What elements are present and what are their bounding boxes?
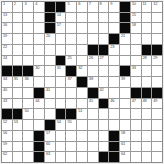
cell-4-10[interactable]: 23: [109, 45, 119, 55]
cell-9-5[interactable]: [56, 99, 66, 109]
cell-13-8[interactable]: [88, 142, 98, 152]
cell-2-8[interactable]: [88, 23, 98, 33]
cell-6-14[interactable]: [152, 66, 162, 76]
cell-0-13[interactable]: 11: [142, 2, 152, 12]
cell-6-13[interactable]: [142, 66, 152, 76]
cell-6-1: [13, 66, 23, 76]
cell-7-1[interactable]: 35: [13, 77, 23, 87]
cell-0-7[interactable]: 6: [77, 2, 87, 12]
cell-8-5[interactable]: [56, 88, 66, 98]
cell-12-12[interactable]: [131, 131, 141, 141]
cell-12-6[interactable]: [66, 131, 76, 141]
clue-number: 59: [3, 142, 7, 146]
cell-1-1[interactable]: [13, 13, 23, 23]
cell-5-9[interactable]: 27: [99, 56, 109, 66]
cell-9-2[interactable]: [23, 99, 33, 109]
cell-6-3[interactable]: 30: [34, 66, 44, 76]
cell-7-11[interactable]: 39: [120, 77, 130, 87]
cell-3-5[interactable]: [56, 34, 66, 44]
cell-1-7[interactable]: [77, 13, 87, 23]
cell-9-13[interactable]: 48: [142, 99, 152, 109]
cell-12-4[interactable]: 57: [45, 131, 55, 141]
cell-2-5[interactable]: 17: [56, 23, 66, 33]
cell-11-1[interactable]: 53: [13, 120, 23, 130]
cell-10-2[interactable]: 50: [23, 109, 33, 119]
cell-10-9[interactable]: [99, 109, 109, 119]
cell-14-10: [109, 152, 119, 162]
cell-11-12[interactable]: [131, 120, 141, 130]
clue-number: 7: [89, 2, 91, 6]
cell-14-8[interactable]: [88, 152, 98, 162]
clue-number: 40: [3, 88, 7, 92]
cell-2-14[interactable]: [152, 23, 162, 33]
clue-number: 32: [78, 66, 82, 70]
clue-number: 38: [89, 77, 93, 81]
cell-0-8[interactable]: 7: [88, 2, 98, 12]
cell-3-9[interactable]: [99, 34, 109, 44]
cell-3-3[interactable]: [34, 34, 44, 44]
cell-2-2[interactable]: [23, 23, 33, 33]
cell-5-12[interactable]: [131, 56, 141, 66]
cell-4-0[interactable]: 22: [2, 45, 12, 55]
clue-number: 4: [35, 2, 37, 6]
cell-13-9[interactable]: [99, 142, 109, 152]
cell-9-14[interactable]: 49: [152, 99, 162, 109]
cell-11-8[interactable]: [88, 120, 98, 130]
cell-12-8[interactable]: [88, 131, 98, 141]
cell-12-13[interactable]: [142, 131, 152, 141]
cell-3-1[interactable]: [13, 34, 23, 44]
cell-1-5[interactable]: 14: [56, 13, 66, 23]
cell-1-3[interactable]: [34, 13, 44, 23]
cell-11-13[interactable]: [142, 120, 152, 130]
cell-9-1[interactable]: [13, 99, 23, 109]
cell-7-10[interactable]: [109, 77, 119, 87]
cell-7-3[interactable]: [34, 77, 44, 87]
cell-0-9[interactable]: 8: [99, 2, 109, 12]
cell-14-2[interactable]: [23, 152, 33, 162]
cell-3-13[interactable]: [142, 34, 152, 44]
clue-number: 5: [67, 2, 69, 6]
cell-8-9[interactable]: 42: [99, 88, 109, 98]
cell-11-0[interactable]: 52: [2, 120, 12, 130]
cell-1-0[interactable]: 13: [2, 13, 12, 23]
cell-4-2[interactable]: [23, 45, 33, 55]
cell-8-1[interactable]: [13, 88, 23, 98]
cell-2-12[interactable]: 18: [131, 23, 141, 33]
cell-11-3[interactable]: [34, 120, 44, 130]
clue-number: 34: [3, 77, 7, 81]
cell-4-4[interactable]: [45, 45, 55, 55]
clue-number: 30: [35, 66, 39, 70]
cell-14-13[interactable]: [142, 152, 152, 162]
cell-4-13: [142, 45, 152, 55]
cell-10-10[interactable]: [109, 109, 119, 119]
cell-4-8: [88, 45, 98, 55]
clue-number: 54: [57, 120, 61, 124]
clue-number: 61: [121, 142, 125, 146]
cell-12-7[interactable]: [77, 131, 87, 141]
cell-8-2[interactable]: [23, 88, 33, 98]
cell-9-3[interactable]: 44: [34, 99, 44, 109]
clue-number: 19: [3, 34, 7, 38]
cell-3-7[interactable]: [77, 34, 87, 44]
clue-number: 24: [3, 56, 7, 60]
clue-number: 9: [110, 2, 112, 6]
cell-6-2: [23, 66, 33, 76]
cell-8-11[interactable]: [120, 88, 130, 98]
cell-1-9[interactable]: [99, 13, 109, 23]
clue-number: 3: [24, 2, 26, 6]
clue-number: 20: [46, 34, 50, 38]
clue-number: 26: [89, 56, 93, 60]
cell-8-12: [131, 88, 141, 98]
clue-number: 28: [143, 56, 147, 60]
cell-12-14[interactable]: [152, 131, 162, 141]
cell-11-5[interactable]: 54: [56, 120, 66, 130]
cell-9-6[interactable]: [66, 99, 76, 109]
clue-number: 47: [132, 99, 136, 103]
cell-1-10[interactable]: [109, 13, 119, 23]
cell-13-4[interactable]: 60: [45, 142, 55, 152]
clue-number: 51: [78, 109, 82, 113]
cell-6-8[interactable]: [88, 66, 98, 76]
cell-6-6: [66, 66, 76, 76]
clue-number: 58: [121, 131, 125, 135]
clue-number: 36: [24, 77, 28, 81]
clue-number: 33: [132, 66, 136, 70]
cell-6-9[interactable]: [99, 66, 109, 76]
cell-14-14[interactable]: [152, 152, 162, 162]
cell-14-7[interactable]: [77, 152, 87, 162]
cell-7-5[interactable]: [56, 77, 66, 87]
cell-3-10: [109, 34, 119, 44]
clue-number: 23: [110, 45, 114, 49]
cell-1-11: [120, 13, 130, 23]
cell-1-4: [45, 13, 55, 23]
cell-8-3: [34, 88, 44, 98]
cell-7-0[interactable]: 34: [2, 77, 12, 87]
cell-12-5[interactable]: [56, 131, 66, 141]
cell-3-0[interactable]: 19: [2, 34, 12, 44]
cell-8-4[interactable]: 41: [45, 88, 55, 98]
cell-4-9: [99, 45, 109, 55]
cell-13-12[interactable]: [131, 142, 141, 152]
cell-7-4[interactable]: [45, 77, 55, 87]
cell-13-14[interactable]: [152, 142, 162, 152]
cell-3-2[interactable]: [23, 34, 33, 44]
cell-2-3[interactable]: [34, 23, 44, 33]
cell-9-4[interactable]: [45, 99, 55, 109]
cell-0-5: [56, 2, 66, 12]
clue-number: 64: [121, 152, 125, 156]
cell-7-2[interactable]: 36: [23, 77, 33, 87]
cell-2-6[interactable]: [66, 23, 76, 33]
cell-1-6[interactable]: [66, 13, 76, 23]
clue-number: 60: [46, 142, 50, 146]
cell-9-8[interactable]: 45: [88, 99, 98, 109]
cell-10-4[interactable]: [45, 109, 55, 119]
cell-11-10[interactable]: [109, 120, 119, 130]
cell-6-12[interactable]: 33: [131, 66, 141, 76]
cell-4-6[interactable]: [66, 45, 76, 55]
cell-1-8[interactable]: [88, 13, 98, 23]
cell-2-13[interactable]: [142, 23, 152, 33]
cell-4-3[interactable]: [34, 45, 44, 55]
cell-0-2[interactable]: 3: [23, 2, 33, 12]
cell-3-8[interactable]: [88, 34, 98, 44]
cell-0-4: [45, 2, 55, 12]
cell-0-6[interactable]: 5: [66, 2, 76, 12]
cell-5-11[interactable]: [120, 56, 130, 66]
clue-number: 45: [89, 99, 93, 103]
clue-number: 63: [46, 152, 50, 156]
cell-10-12[interactable]: [131, 109, 141, 119]
cell-2-9[interactable]: [99, 23, 109, 33]
cell-4-14: [152, 45, 162, 55]
cell-13-7[interactable]: [77, 142, 87, 152]
crossword-grid: 1234567891011121314151617181920212223242…: [1, 1, 163, 163]
cell-14-0[interactable]: 62: [2, 152, 12, 162]
clue-number: 53: [14, 120, 18, 124]
cell-7-14[interactable]: [152, 77, 162, 87]
clue-number: 50: [24, 109, 28, 113]
cell-6-10[interactable]: [109, 66, 119, 76]
cell-3-14[interactable]: [152, 34, 162, 44]
clue-number: 46: [110, 99, 114, 103]
cell-14-4[interactable]: 63: [45, 152, 55, 162]
cell-8-7[interactable]: [77, 88, 87, 98]
cell-14-1[interactable]: [13, 152, 23, 162]
cell-10-11[interactable]: [120, 109, 130, 119]
cell-14-12[interactable]: [131, 152, 141, 162]
cell-4-11[interactable]: [120, 45, 130, 55]
cell-0-1[interactable]: 2: [13, 2, 23, 12]
cell-0-11: [120, 2, 130, 12]
clue-number: 21: [121, 34, 125, 38]
cell-6-0: [2, 66, 12, 76]
cell-13-5[interactable]: [56, 142, 66, 152]
cell-8-6[interactable]: [66, 88, 76, 98]
clue-number: 57: [46, 131, 50, 135]
cell-10-1: [13, 109, 23, 119]
cell-11-6[interactable]: 55: [66, 120, 76, 130]
cell-7-6[interactable]: 37: [66, 77, 76, 87]
cell-6-11: [120, 66, 130, 76]
clue-number: 22: [3, 45, 7, 49]
cell-9-0[interactable]: 43: [2, 99, 12, 109]
clue-number: 12: [153, 2, 157, 6]
cell-14-6[interactable]: [66, 152, 76, 162]
cell-13-6[interactable]: [66, 142, 76, 152]
cell-8-14: [152, 88, 162, 98]
cell-8-8: [88, 88, 98, 98]
clue-number: 17: [57, 23, 61, 27]
cell-7-9[interactable]: [99, 77, 109, 87]
cell-12-9[interactable]: [99, 131, 109, 141]
cell-14-9: [99, 152, 109, 162]
cell-5-5: [56, 56, 66, 66]
cell-8-13: [142, 88, 152, 98]
cell-10-14[interactable]: [152, 109, 162, 119]
cell-12-11[interactable]: 58: [120, 131, 130, 141]
clue-number: 35: [14, 77, 18, 81]
cell-0-0[interactable]: 1: [2, 2, 12, 12]
clue-number: 55: [67, 120, 71, 124]
cell-12-3: [34, 131, 44, 141]
cell-1-2[interactable]: [23, 13, 33, 23]
cell-9-9: [99, 99, 109, 109]
clue-number: 6: [78, 2, 80, 6]
clue-number: 42: [100, 88, 104, 92]
cell-5-10[interactable]: [109, 56, 119, 66]
clue-number: 44: [35, 99, 39, 103]
cell-5-8[interactable]: 26: [88, 56, 98, 66]
cell-12-1[interactable]: [13, 131, 23, 141]
cell-10-6: [66, 109, 76, 119]
cell-2-0[interactable]: 16: [2, 23, 12, 33]
cell-13-10: [109, 142, 119, 152]
cell-5-14[interactable]: 29: [152, 56, 162, 66]
cell-3-11[interactable]: 21: [120, 34, 130, 44]
cell-13-13[interactable]: [142, 142, 152, 152]
cell-13-1[interactable]: [13, 142, 23, 152]
cell-10-8[interactable]: [88, 109, 98, 119]
cell-6-7[interactable]: 32: [77, 66, 87, 76]
cell-4-1[interactable]: [13, 45, 23, 55]
cell-2-7[interactable]: [77, 23, 87, 33]
clue-number: 27: [100, 56, 104, 60]
clue-number: 16: [3, 23, 7, 27]
cell-12-0[interactable]: 56: [2, 131, 12, 141]
cell-4-7[interactable]: [77, 45, 87, 55]
cell-11-2[interactable]: [23, 120, 33, 130]
cell-0-14[interactable]: 12: [152, 2, 162, 12]
clue-number: 1: [3, 2, 5, 6]
clue-number: 48: [143, 99, 147, 103]
cell-2-11: [120, 23, 130, 33]
cell-3-6[interactable]: [66, 34, 76, 44]
clue-number: 13: [3, 13, 7, 17]
cell-0-3[interactable]: 4: [34, 2, 44, 12]
cell-6-4[interactable]: [45, 66, 55, 76]
cell-10-5: [56, 109, 66, 119]
cell-7-13[interactable]: [142, 77, 152, 87]
cell-13-11[interactable]: 61: [120, 142, 130, 152]
cell-7-12[interactable]: [131, 77, 141, 87]
cell-5-6[interactable]: 25: [66, 56, 76, 66]
cell-5-4[interactable]: [45, 56, 55, 66]
clue-number: 11: [143, 2, 147, 6]
cell-7-7: [77, 77, 87, 87]
cell-4-12[interactable]: [131, 45, 141, 55]
cell-0-10[interactable]: 9: [109, 2, 119, 12]
cell-11-9[interactable]: [99, 120, 109, 130]
cell-13-2[interactable]: [23, 142, 33, 152]
cell-6-5[interactable]: 31: [56, 66, 66, 76]
cell-2-1[interactable]: [13, 23, 23, 33]
cell-10-0: [2, 109, 12, 119]
clue-number: 31: [57, 66, 61, 70]
cell-9-7[interactable]: [77, 99, 87, 109]
clue-number: 2: [14, 2, 16, 6]
cell-8-10[interactable]: [109, 88, 119, 98]
cell-9-11[interactable]: [120, 99, 130, 109]
cell-5-0[interactable]: 24: [2, 56, 12, 66]
clue-number: 25: [67, 56, 71, 60]
cell-9-12[interactable]: 47: [131, 99, 141, 109]
clue-number: 49: [153, 99, 157, 103]
cell-5-3[interactable]: [34, 56, 44, 66]
cell-7-8[interactable]: 38: [88, 77, 98, 87]
cell-10-7[interactable]: 51: [77, 109, 87, 119]
cell-5-1[interactable]: [13, 56, 23, 66]
cell-5-7[interactable]: [77, 56, 87, 66]
cell-14-5[interactable]: [56, 152, 66, 162]
cell-4-5[interactable]: [56, 45, 66, 55]
cell-2-10[interactable]: [109, 23, 119, 33]
clue-number: 62: [3, 152, 7, 156]
cell-13-0[interactable]: 59: [2, 142, 12, 152]
clue-number: 29: [153, 56, 157, 60]
cell-14-3: [34, 152, 44, 162]
cell-1-12[interactable]: 15: [131, 13, 141, 23]
cell-1-14[interactable]: [152, 13, 162, 23]
clue-number: 43: [3, 99, 7, 103]
clue-number: 14: [57, 13, 61, 17]
clue-number: 52: [3, 120, 7, 124]
cell-8-0[interactable]: 40: [2, 88, 12, 98]
cell-12-2[interactable]: [23, 131, 33, 141]
cell-10-13[interactable]: [142, 109, 152, 119]
cell-11-7[interactable]: [77, 120, 87, 130]
cell-11-4: [45, 120, 55, 130]
cell-1-13[interactable]: [142, 13, 152, 23]
cell-13-3: [34, 142, 44, 152]
cell-2-4: [45, 23, 55, 33]
cell-11-14[interactable]: [152, 120, 162, 130]
clue-number: 37: [67, 77, 71, 81]
cell-11-11[interactable]: [120, 120, 130, 130]
clue-number: 56: [3, 131, 7, 135]
cell-3-12[interactable]: [131, 34, 141, 44]
clue-number: 41: [46, 88, 50, 92]
cell-12-10: [109, 131, 119, 141]
clue-number: 10: [132, 2, 136, 6]
cell-14-11[interactable]: 64: [120, 152, 130, 162]
clue-number: 8: [100, 2, 102, 6]
cell-5-2[interactable]: [23, 56, 33, 66]
cell-3-4[interactable]: 20: [45, 34, 55, 44]
cell-9-10[interactable]: 46: [109, 99, 119, 109]
cell-10-3[interactable]: [34, 109, 44, 119]
cell-0-12[interactable]: 10: [131, 2, 141, 12]
cell-5-13[interactable]: 28: [142, 56, 152, 66]
clue-number: 39: [121, 77, 125, 81]
clue-number: 15: [132, 13, 136, 17]
clue-number: 18: [132, 23, 136, 27]
